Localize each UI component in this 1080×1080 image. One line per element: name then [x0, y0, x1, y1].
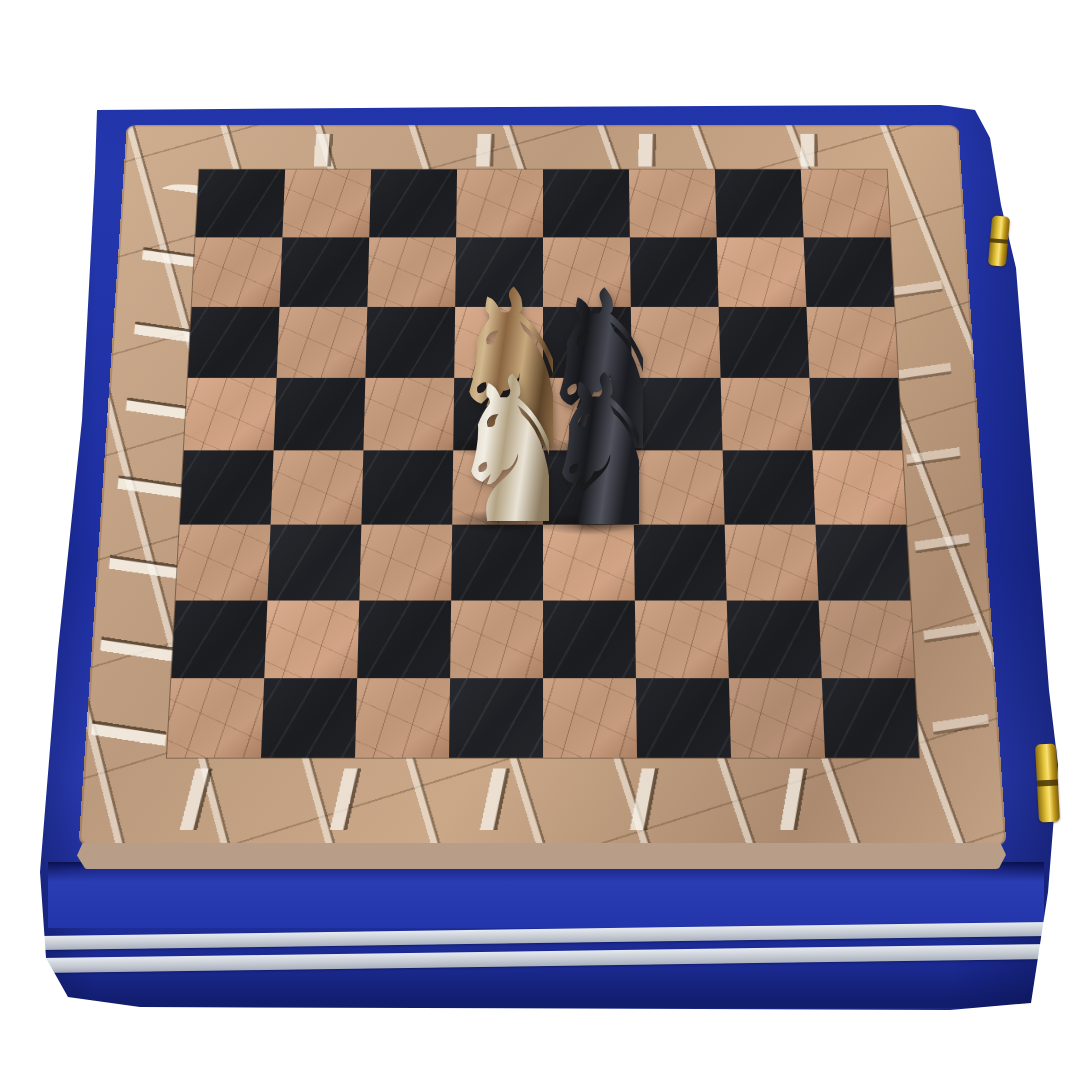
square-g6[interactable] — [718, 307, 809, 378]
marble-vein-top — [248, 134, 840, 167]
square-a7[interactable] — [191, 237, 282, 306]
square-h7[interactable] — [803, 237, 894, 306]
square-e1[interactable] — [543, 678, 637, 758]
square-d1[interactable] — [448, 678, 542, 758]
square-b7[interactable] — [279, 237, 369, 306]
case-front-top-band — [48, 862, 1044, 928]
square-a5[interactable] — [183, 378, 276, 451]
hinge-knuckle — [1037, 779, 1058, 786]
square-g4[interactable] — [722, 450, 815, 524]
square-a3[interactable] — [175, 525, 270, 601]
square-h8[interactable] — [800, 169, 890, 237]
square-b3[interactable] — [267, 525, 361, 601]
square-d2[interactable] — [450, 601, 543, 679]
square-c8[interactable] — [369, 169, 457, 237]
square-g8[interactable] — [714, 169, 803, 237]
square-g7[interactable] — [716, 237, 806, 306]
square-b2[interactable] — [264, 601, 359, 679]
square-b5[interactable] — [273, 378, 365, 451]
square-h3[interactable] — [815, 525, 910, 601]
square-h1[interactable] — [821, 678, 918, 758]
square-h6[interactable] — [806, 307, 898, 378]
square-d8[interactable] — [456, 169, 543, 237]
square-h2[interactable] — [818, 601, 914, 679]
square-a6[interactable] — [187, 307, 279, 378]
square-b1[interactable] — [260, 678, 356, 758]
square-b6[interactable] — [276, 307, 367, 378]
square-e8[interactable] — [543, 169, 630, 237]
square-h4[interactable] — [812, 450, 906, 524]
hinge-knuckle — [990, 238, 1008, 244]
board-slab-edge — [77, 843, 1006, 869]
product-photo-scene: ♞ ♞ ♞ ♞ — [0, 0, 1080, 1080]
square-a4[interactable] — [179, 450, 273, 524]
square-f2[interactable] — [634, 601, 728, 679]
square-g3[interactable] — [724, 525, 818, 601]
square-g2[interactable] — [726, 601, 821, 679]
square-a2[interactable] — [171, 601, 267, 679]
case-bottom-shade — [42, 968, 1044, 1008]
square-a1[interactable] — [166, 678, 263, 758]
square-c1[interactable] — [354, 678, 449, 758]
square-c3[interactable] — [359, 525, 452, 601]
marble-vein-bottom — [132, 768, 892, 830]
square-b8[interactable] — [282, 169, 371, 237]
knight-glyph: ♞ — [535, 371, 639, 533]
brass-hinge-bottom — [1035, 744, 1060, 823]
square-f8[interactable] — [628, 169, 716, 237]
black-knight-e4[interactable]: ♞ — [522, 371, 652, 533]
square-c2[interactable] — [357, 601, 451, 679]
square-a8[interactable] — [195, 169, 285, 237]
square-f1[interactable] — [635, 678, 730, 758]
square-g1[interactable] — [728, 678, 824, 758]
square-b4[interactable] — [270, 450, 363, 524]
square-h5[interactable] — [809, 378, 902, 451]
square-e2[interactable] — [543, 601, 636, 679]
square-g5[interactable] — [720, 378, 812, 451]
